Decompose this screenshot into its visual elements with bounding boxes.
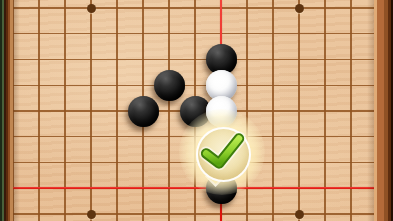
board-frame-right <box>374 0 393 221</box>
grid-line-horizontal <box>12 213 378 214</box>
star-point <box>295 210 304 219</box>
black-stone <box>128 96 159 127</box>
grid-line-horizontal <box>12 85 378 86</box>
last-move-crosshair-horizontal <box>9 187 378 189</box>
grid-line-horizontal <box>12 33 378 34</box>
checkmark-icon[interactable] <box>195 130 250 172</box>
grid-line-horizontal <box>12 7 378 8</box>
board-inner-shadow-left <box>13 0 20 221</box>
black-stone <box>154 70 185 101</box>
grid-line-horizontal <box>12 59 378 60</box>
board-inner-shadow-right <box>367 0 374 221</box>
star-point <box>295 4 304 13</box>
gomoku-board-screen <box>0 0 393 221</box>
star-point <box>87 210 96 219</box>
board-grid[interactable] <box>0 0 393 221</box>
star-point <box>87 4 96 13</box>
board-frame-left <box>0 0 13 221</box>
